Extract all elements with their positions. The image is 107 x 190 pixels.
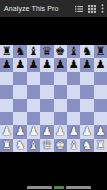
overflow-menu-icon[interactable]: [101, 4, 104, 13]
white-pawn[interactable]: ♟: [82, 126, 92, 138]
square-d1[interactable]: ♛: [40, 139, 53, 152]
square-g6[interactable]: [80, 72, 93, 85]
black-bishop[interactable]: ♝: [28, 45, 38, 57]
square-b5[interactable]: [13, 85, 26, 98]
square-e8[interactable]: ♚: [54, 45, 67, 58]
bottom-button-left[interactable]: [27, 186, 52, 189]
black-knight[interactable]: ♞: [15, 45, 25, 57]
square-d6[interactable]: [40, 72, 53, 85]
white-knight[interactable]: ♞: [15, 139, 25, 151]
square-g2[interactable]: ♟: [80, 125, 93, 138]
square-e4[interactable]: [54, 99, 67, 112]
black-pawn[interactable]: ♟: [42, 59, 52, 71]
square-f8[interactable]: ♝: [67, 45, 80, 58]
white-queen[interactable]: ♛: [42, 139, 52, 151]
white-rook[interactable]: ♜: [95, 139, 105, 151]
square-g3[interactable]: [80, 112, 93, 125]
white-bishop[interactable]: ♝: [28, 139, 38, 151]
white-rook[interactable]: ♜: [2, 139, 12, 151]
square-c7[interactable]: ♟: [27, 58, 40, 71]
square-g4[interactable]: [80, 99, 93, 112]
white-king[interactable]: ♚: [55, 139, 65, 151]
black-pawn[interactable]: ♟: [15, 59, 25, 71]
black-pawn[interactable]: ♟: [68, 59, 78, 71]
square-a7[interactable]: ♟: [0, 58, 13, 71]
black-pawn[interactable]: ♟: [95, 59, 105, 71]
black-rook[interactable]: ♜: [2, 45, 12, 57]
white-knight[interactable]: ♞: [82, 139, 92, 151]
square-f3[interactable]: [67, 112, 80, 125]
square-h3[interactable]: [94, 112, 107, 125]
square-g5[interactable]: [80, 85, 93, 98]
square-e2[interactable]: ♟: [54, 125, 67, 138]
white-pawn[interactable]: ♟: [28, 126, 38, 138]
app-bar: Analyze This Pro: [0, 0, 107, 17]
square-h4[interactable]: [94, 99, 107, 112]
square-e7[interactable]: ♟: [54, 58, 67, 71]
square-h7[interactable]: ♟: [94, 58, 107, 71]
square-f2[interactable]: ♟: [67, 125, 80, 138]
square-h8[interactable]: ♜: [94, 45, 107, 58]
square-f6[interactable]: [67, 72, 80, 85]
square-a5[interactable]: [0, 85, 13, 98]
bottom-button-center[interactable]: [54, 186, 64, 189]
moves-list-icon[interactable]: [75, 5, 83, 13]
square-d4[interactable]: [40, 99, 53, 112]
square-b3[interactable]: [13, 112, 26, 125]
square-c1[interactable]: ♝: [27, 139, 40, 152]
square-g7[interactable]: ♟: [80, 58, 93, 71]
app-bar-actions: [75, 4, 104, 13]
square-d2[interactable]: ♟: [40, 125, 53, 138]
white-bishop[interactable]: ♝: [68, 139, 78, 151]
square-d5[interactable]: [40, 85, 53, 98]
square-e6[interactable]: [54, 72, 67, 85]
square-c6[interactable]: [27, 72, 40, 85]
square-c5[interactable]: [27, 85, 40, 98]
square-a1[interactable]: ♜: [0, 139, 13, 152]
square-f4[interactable]: [67, 99, 80, 112]
square-a3[interactable]: [0, 112, 13, 125]
square-d3[interactable]: [40, 112, 53, 125]
black-pawn[interactable]: ♟: [82, 59, 92, 71]
chess-board: ♜♞♝♛♚♝♞♜♟♟♟♟♟♟♟♟♟♟♟♟♟♟♟♟♜♞♝♛♚♝♞♜: [0, 45, 107, 152]
square-h5[interactable]: [94, 85, 107, 98]
square-b2[interactable]: ♟: [13, 125, 26, 138]
black-pawn[interactable]: ♟: [28, 59, 38, 71]
square-f7[interactable]: ♟: [67, 58, 80, 71]
square-h2[interactable]: ♟: [94, 125, 107, 138]
square-f1[interactable]: ♝: [67, 139, 80, 152]
white-pawn[interactable]: ♟: [68, 126, 78, 138]
square-c8[interactable]: ♝: [27, 45, 40, 58]
square-d8[interactable]: ♛: [40, 45, 53, 58]
white-pawn[interactable]: ♟: [95, 126, 105, 138]
white-pawn[interactable]: ♟: [2, 126, 12, 138]
square-h6[interactable]: [94, 72, 107, 85]
black-pawn[interactable]: ♟: [2, 59, 12, 71]
square-g1[interactable]: ♞: [80, 139, 93, 152]
square-a2[interactable]: ♟: [0, 125, 13, 138]
square-a8[interactable]: ♜: [0, 45, 13, 58]
white-pawn[interactable]: ♟: [42, 126, 52, 138]
square-b6[interactable]: [13, 72, 26, 85]
square-d7[interactable]: ♟: [40, 58, 53, 71]
square-a4[interactable]: [0, 99, 13, 112]
white-pawn[interactable]: ♟: [55, 126, 65, 138]
square-e1[interactable]: ♚: [54, 139, 67, 152]
board-grid-icon[interactable]: [88, 5, 96, 13]
black-queen[interactable]: ♛: [42, 45, 52, 57]
square-b4[interactable]: [13, 99, 26, 112]
square-g8[interactable]: ♞: [80, 45, 93, 58]
square-e3[interactable]: [54, 112, 67, 125]
square-e5[interactable]: [54, 85, 67, 98]
black-rook[interactable]: ♜: [95, 45, 105, 57]
white-pawn[interactable]: ♟: [15, 126, 25, 138]
square-a6[interactable]: [0, 72, 13, 85]
square-b7[interactable]: ♟: [13, 58, 26, 71]
square-h1[interactable]: ♜: [94, 139, 107, 152]
black-bishop[interactable]: ♝: [68, 45, 78, 57]
square-b1[interactable]: ♞: [13, 139, 26, 152]
square-c4[interactable]: [27, 99, 40, 112]
app-title: Analyze This Pro: [4, 5, 75, 12]
square-c2[interactable]: ♟: [27, 125, 40, 138]
black-knight[interactable]: ♞: [82, 45, 92, 57]
square-b8[interactable]: ♞: [13, 45, 26, 58]
square-c3[interactable]: [27, 112, 40, 125]
black-king[interactable]: ♚: [55, 45, 65, 57]
square-f5[interactable]: [67, 85, 80, 98]
black-pawn[interactable]: ♟: [55, 59, 65, 71]
bottom-button-right[interactable]: [66, 186, 91, 189]
